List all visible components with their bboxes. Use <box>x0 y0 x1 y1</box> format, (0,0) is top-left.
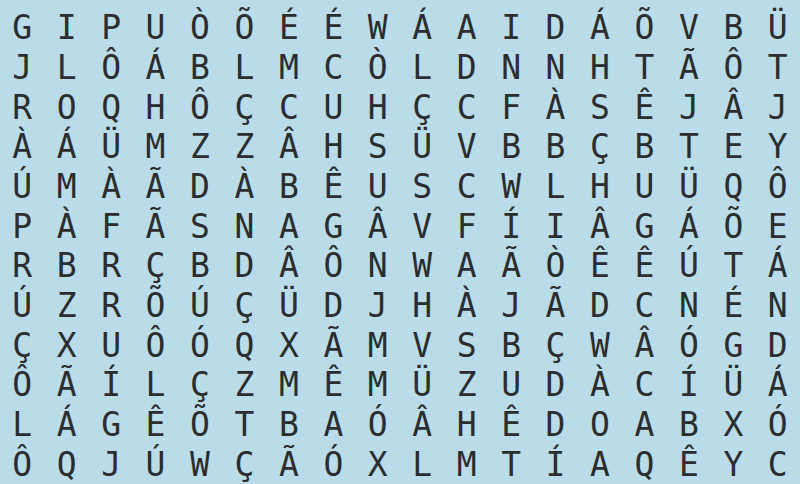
grid-cell[interactable]: J <box>0 48 44 88</box>
grid-cell[interactable]: R <box>0 246 44 286</box>
grid-cell[interactable]: Q <box>222 325 266 365</box>
grid-cell[interactable]: H <box>356 87 400 127</box>
grid-cell[interactable]: À <box>89 167 133 207</box>
grid-cell[interactable]: B <box>533 127 577 167</box>
grid-cell[interactable]: Ô <box>89 48 133 88</box>
grid-cell[interactable]: Ú <box>178 286 222 326</box>
grid-cell[interactable]: Ê <box>578 246 622 286</box>
grid-cell[interactable]: N <box>667 286 711 326</box>
grid-cell[interactable]: D <box>756 325 800 365</box>
grid-cell[interactable]: A <box>444 8 488 48</box>
grid-cell[interactable]: Ç <box>222 444 266 484</box>
grid-cell[interactable]: H <box>133 87 177 127</box>
grid-cell[interactable]: Ó <box>178 325 222 365</box>
grid-cell[interactable]: W <box>356 8 400 48</box>
grid-cell[interactable]: Ã <box>133 167 177 207</box>
grid-cell[interactable]: Á <box>400 8 444 48</box>
grid-cell[interactable]: J <box>667 87 711 127</box>
grid-cell[interactable]: Ê <box>311 365 355 405</box>
grid-cell[interactable]: Ç <box>222 87 266 127</box>
grid-cell[interactable]: B <box>667 405 711 445</box>
grid-cell[interactable]: R <box>89 286 133 326</box>
grid-cell[interactable]: Ã <box>133 206 177 246</box>
grid-cell[interactable]: Z <box>222 127 266 167</box>
grid-cell[interactable]: V <box>400 325 444 365</box>
grid-cell[interactable]: D <box>444 48 488 88</box>
grid-cell[interactable]: L <box>400 48 444 88</box>
grid-cell[interactable]: C <box>444 87 488 127</box>
grid-cell[interactable]: S <box>400 167 444 207</box>
grid-cell[interactable]: J <box>489 286 533 326</box>
grid-cell[interactable]: D <box>311 286 355 326</box>
grid-cell[interactable]: B <box>267 167 311 207</box>
grid-cell[interactable]: F <box>89 206 133 246</box>
grid-cell[interactable]: X <box>356 444 400 484</box>
grid-cell[interactable]: Ç <box>133 246 177 286</box>
grid-cell[interactable]: P <box>0 206 44 246</box>
grid-cell[interactable]: H <box>311 127 355 167</box>
grid-cell[interactable]: U <box>89 325 133 365</box>
grid-cell[interactable]: S <box>356 127 400 167</box>
grid-cell[interactable]: Ã <box>489 246 533 286</box>
grid-cell[interactable]: À <box>444 286 488 326</box>
grid-cell[interactable]: T <box>711 246 755 286</box>
grid-cell[interactable]: Ô <box>0 365 44 405</box>
grid-cell[interactable]: U <box>489 365 533 405</box>
grid-cell[interactable]: U <box>622 167 666 207</box>
grid-cell[interactable]: B <box>267 405 311 445</box>
grid-cell[interactable]: Ç <box>0 325 44 365</box>
grid-cell[interactable]: A <box>578 444 622 484</box>
grid-cell[interactable]: À <box>222 167 266 207</box>
grid-cell[interactable]: Õ <box>711 206 755 246</box>
grid-cell[interactable]: C <box>311 48 355 88</box>
grid-cell[interactable]: B <box>711 8 755 48</box>
grid-cell[interactable]: B <box>44 246 88 286</box>
grid-cell[interactable]: Ê <box>311 167 355 207</box>
grid-cell[interactable]: M <box>356 365 400 405</box>
grid-cell[interactable]: Ç <box>400 87 444 127</box>
grid-cell[interactable]: N <box>756 286 800 326</box>
grid-cell[interactable]: Â <box>622 325 666 365</box>
grid-cell[interactable]: M <box>444 444 488 484</box>
grid-cell[interactable]: U <box>133 8 177 48</box>
grid-cell[interactable]: H <box>444 405 488 445</box>
grid-cell[interactable]: G <box>311 206 355 246</box>
grid-cell[interactable]: Õ <box>622 8 666 48</box>
grid-cell[interactable]: Q <box>711 167 755 207</box>
grid-cell[interactable]: Ô <box>711 48 755 88</box>
grid-cell[interactable]: N <box>533 48 577 88</box>
grid-cell[interactable]: Ô <box>756 167 800 207</box>
grid-cell[interactable]: Â <box>267 127 311 167</box>
grid-cell[interactable]: B <box>622 127 666 167</box>
grid-cell[interactable]: Ã <box>44 365 88 405</box>
grid-cell[interactable]: Z <box>444 365 488 405</box>
grid-cell[interactable]: N <box>356 246 400 286</box>
grid-cell[interactable]: Z <box>178 127 222 167</box>
grid-cell[interactable]: I <box>44 8 88 48</box>
grid-cell[interactable]: L <box>400 444 444 484</box>
grid-cell[interactable]: Ô <box>133 325 177 365</box>
grid-cell[interactable]: Ç <box>222 286 266 326</box>
grid-cell[interactable]: M <box>356 325 400 365</box>
grid-cell[interactable]: Ò <box>533 246 577 286</box>
grid-cell[interactable]: S <box>578 87 622 127</box>
grid-cell[interactable]: A <box>311 405 355 445</box>
grid-cell[interactable]: O <box>578 405 622 445</box>
grid-cell[interactable]: T <box>222 405 266 445</box>
grid-cell[interactable]: B <box>178 246 222 286</box>
grid-cell[interactable]: Ó <box>756 405 800 445</box>
grid-cell[interactable]: B <box>489 127 533 167</box>
grid-cell[interactable]: Ú <box>667 246 711 286</box>
grid-cell[interactable]: Z <box>44 286 88 326</box>
grid-cell[interactable]: Í <box>89 365 133 405</box>
grid-cell[interactable]: Ã <box>533 286 577 326</box>
grid-cell[interactable]: O <box>44 87 88 127</box>
grid-cell[interactable]: X <box>267 325 311 365</box>
grid-cell[interactable]: Ó <box>356 405 400 445</box>
grid-cell[interactable]: Ê <box>667 444 711 484</box>
grid-cell[interactable]: É <box>267 8 311 48</box>
grid-cell[interactable]: D <box>578 286 622 326</box>
grid-cell[interactable]: R <box>89 246 133 286</box>
grid-cell[interactable]: Á <box>756 365 800 405</box>
grid-cell[interactable]: Ã <box>667 48 711 88</box>
grid-cell[interactable]: Ô <box>178 87 222 127</box>
grid-cell[interactable]: Ã <box>267 444 311 484</box>
grid-cell[interactable]: T <box>489 444 533 484</box>
grid-cell[interactable]: T <box>622 48 666 88</box>
grid-cell[interactable]: N <box>222 206 266 246</box>
grid-cell[interactable]: Ó <box>311 444 355 484</box>
grid-cell[interactable]: G <box>89 405 133 445</box>
grid-cell[interactable]: N <box>489 48 533 88</box>
grid-cell[interactable]: Õ <box>222 8 266 48</box>
grid-cell[interactable]: A <box>267 206 311 246</box>
grid-cell[interactable]: Ê <box>622 87 666 127</box>
grid-cell[interactable]: Q <box>622 444 666 484</box>
grid-cell[interactable]: Á <box>667 206 711 246</box>
grid-cell[interactable]: Ò <box>178 8 222 48</box>
grid-cell[interactable]: A <box>622 405 666 445</box>
grid-cell[interactable]: Õ <box>133 286 177 326</box>
grid-cell[interactable]: À <box>533 87 577 127</box>
grid-cell[interactable]: Í <box>489 206 533 246</box>
grid-cell[interactable]: Ç <box>533 325 577 365</box>
grid-cell[interactable]: Ü <box>400 365 444 405</box>
grid-cell[interactable]: U <box>356 167 400 207</box>
grid-cell[interactable]: Ó <box>667 325 711 365</box>
grid-cell[interactable]: À <box>578 365 622 405</box>
grid-cell[interactable]: À <box>44 206 88 246</box>
grid-cell[interactable]: F <box>489 87 533 127</box>
grid-cell[interactable]: Õ <box>178 405 222 445</box>
grid-cell[interactable]: Ô <box>311 246 355 286</box>
grid-cell[interactable]: Â <box>267 246 311 286</box>
grid-cell[interactable]: L <box>533 167 577 207</box>
grid-cell[interactable]: V <box>444 127 488 167</box>
grid-cell[interactable]: Á <box>756 246 800 286</box>
grid-cell[interactable]: Á <box>578 8 622 48</box>
grid-cell[interactable]: J <box>356 286 400 326</box>
grid-cell[interactable]: M <box>133 127 177 167</box>
word-search-grid: GIPUÒÕÉÉWÁAIDÁÕVBÜJLÔÁBLMCÒLDNNHTÃÔTROQH… <box>0 0 800 484</box>
grid-cell[interactable]: T <box>756 48 800 88</box>
grid-cell[interactable]: Y <box>711 444 755 484</box>
grid-cell[interactable]: Ü <box>89 127 133 167</box>
grid-cell[interactable]: H <box>400 286 444 326</box>
grid-cell[interactable]: É <box>711 286 755 326</box>
grid-cell[interactable]: D <box>533 8 577 48</box>
grid-cell[interactable]: U <box>311 87 355 127</box>
grid-cell[interactable]: X <box>711 405 755 445</box>
grid-cell[interactable]: I <box>489 8 533 48</box>
grid-cell[interactable]: Ê <box>622 246 666 286</box>
grid-cell[interactable]: E <box>756 206 800 246</box>
grid-cell[interactable]: W <box>489 167 533 207</box>
grid-cell[interactable]: L <box>222 48 266 88</box>
grid-cell[interactable]: M <box>267 365 311 405</box>
grid-cell[interactable]: R <box>0 87 44 127</box>
grid-cell[interactable]: Ü <box>267 286 311 326</box>
grid-cell[interactable]: J <box>89 444 133 484</box>
grid-cell[interactable]: C <box>756 444 800 484</box>
grid-cell[interactable]: T <box>667 127 711 167</box>
grid-cell[interactable]: D <box>178 167 222 207</box>
grid-cell[interactable]: L <box>44 48 88 88</box>
grid-cell[interactable]: P <box>89 8 133 48</box>
grid-cell[interactable]: Ò <box>356 48 400 88</box>
grid-cell[interactable]: Ç <box>178 365 222 405</box>
grid-cell[interactable]: E <box>711 127 755 167</box>
grid-cell[interactable]: A <box>444 246 488 286</box>
grid-cell[interactable]: D <box>222 246 266 286</box>
grid-cell[interactable]: B <box>178 48 222 88</box>
grid-cell[interactable]: D <box>533 365 577 405</box>
grid-cell[interactable]: Ü <box>711 365 755 405</box>
grid-cell[interactable]: Q <box>44 444 88 484</box>
grid-cell[interactable]: J <box>756 87 800 127</box>
grid-cell[interactable]: Á <box>44 127 88 167</box>
grid-cell[interactable]: Â <box>711 87 755 127</box>
grid-cell[interactable]: G <box>0 8 44 48</box>
grid-cell[interactable]: Q <box>89 87 133 127</box>
grid-cell[interactable]: Z <box>222 365 266 405</box>
grid-cell[interactable]: Â <box>356 206 400 246</box>
grid-cell[interactable]: Ú <box>0 167 44 207</box>
grid-cell[interactable]: F <box>444 206 488 246</box>
grid-cell[interactable]: L <box>133 365 177 405</box>
grid-cell[interactable]: I <box>533 206 577 246</box>
grid-cell[interactable]: G <box>622 206 666 246</box>
grid-cell[interactable]: X <box>44 325 88 365</box>
grid-cell[interactable]: Y <box>756 127 800 167</box>
grid-cell[interactable]: G <box>711 325 755 365</box>
grid-cell[interactable]: Ê <box>133 405 177 445</box>
grid-cell[interactable]: M <box>267 48 311 88</box>
grid-cell[interactable]: Ô <box>0 444 44 484</box>
grid-cell[interactable]: C <box>267 87 311 127</box>
grid-cell[interactable]: H <box>578 167 622 207</box>
grid-cell[interactable]: É <box>311 8 355 48</box>
grid-cell[interactable]: B <box>489 325 533 365</box>
grid-cell[interactable]: Í <box>667 365 711 405</box>
grid-cell[interactable]: Ú <box>133 444 177 484</box>
grid-cell[interactable]: W <box>178 444 222 484</box>
grid-cell[interactable]: Â <box>400 405 444 445</box>
grid-cell[interactable]: C <box>622 365 666 405</box>
grid-cell[interactable]: L <box>0 405 44 445</box>
grid-cell[interactable]: Í <box>533 444 577 484</box>
grid-cell[interactable]: Ü <box>667 167 711 207</box>
grid-cell[interactable]: V <box>400 206 444 246</box>
grid-cell[interactable]: W <box>400 246 444 286</box>
grid-cell[interactable]: S <box>444 325 488 365</box>
grid-cell[interactable]: Ü <box>756 8 800 48</box>
grid-cell[interactable]: D <box>533 405 577 445</box>
grid-cell[interactable]: W <box>578 325 622 365</box>
grid-cell[interactable]: Ç <box>578 127 622 167</box>
grid-cell[interactable]: S <box>178 206 222 246</box>
grid-cell[interactable]: C <box>622 286 666 326</box>
grid-cell[interactable]: Á <box>44 405 88 445</box>
grid-cell[interactable]: Â <box>578 206 622 246</box>
grid-cell[interactable]: Ü <box>400 127 444 167</box>
grid-cell[interactable]: M <box>44 167 88 207</box>
grid-cell[interactable]: À <box>0 127 44 167</box>
grid-cell[interactable]: Ã <box>311 325 355 365</box>
grid-cell[interactable]: C <box>444 167 488 207</box>
grid-cell[interactable]: Á <box>133 48 177 88</box>
grid-cell[interactable]: V <box>667 8 711 48</box>
grid-cell[interactable]: Ú <box>0 286 44 326</box>
grid-cell[interactable]: Ê <box>489 405 533 445</box>
grid-cell[interactable]: H <box>578 48 622 88</box>
